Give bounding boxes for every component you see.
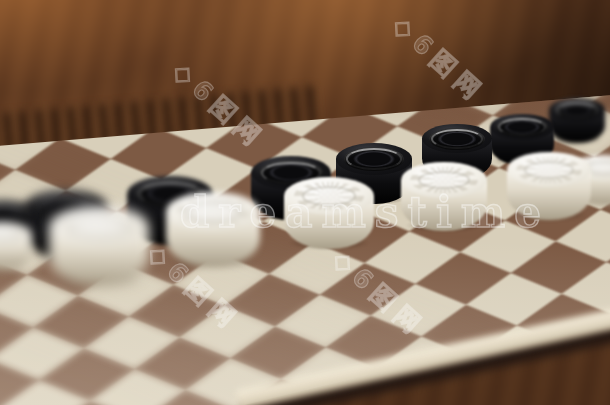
checker-piece-white[interactable] bbox=[401, 162, 487, 231]
piece-top bbox=[549, 98, 605, 121]
photo-stage: dreamstime ◇6图网◇6图网◇6图网◇6图网 bbox=[0, 0, 610, 405]
checker-piece-white[interactable] bbox=[166, 192, 260, 267]
checker-piece-white[interactable] bbox=[507, 152, 591, 219]
checker-piece-white[interactable] bbox=[49, 206, 149, 286]
piece-top bbox=[49, 206, 149, 248]
piece-top bbox=[490, 114, 554, 141]
checker-piece-white[interactable] bbox=[284, 177, 374, 249]
checker-piece-black[interactable] bbox=[549, 98, 605, 143]
checker-piece-white[interactable] bbox=[0, 222, 32, 270]
piece-top bbox=[401, 162, 487, 198]
piece-top bbox=[284, 177, 374, 214]
